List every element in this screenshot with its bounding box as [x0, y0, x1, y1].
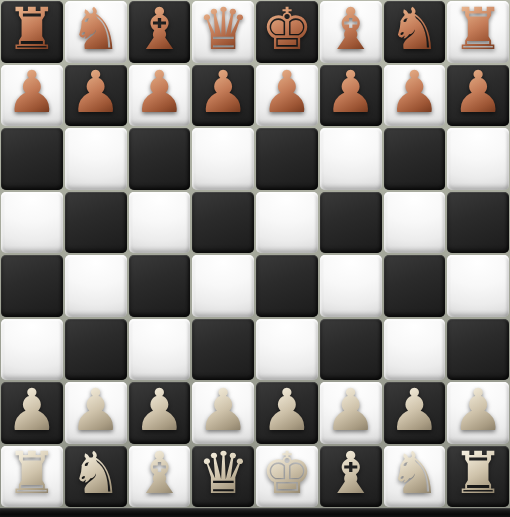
piece-black-bishop[interactable]: ♝: [129, 0, 191, 60]
square-g3[interactable]: [384, 319, 446, 381]
square-g7[interactable]: ♟: [384, 65, 446, 127]
square-h2[interactable]: ♟: [447, 382, 509, 444]
piece-white-knight[interactable]: ♞: [65, 443, 127, 505]
square-h8[interactable]: ♜: [447, 1, 509, 63]
square-f8[interactable]: ♝: [320, 1, 382, 63]
square-d6[interactable]: [192, 128, 254, 190]
square-e2[interactable]: ♟: [256, 382, 318, 444]
square-e8[interactable]: ♚: [256, 1, 318, 63]
square-f1[interactable]: ♝: [320, 446, 382, 508]
square-e5[interactable]: [256, 192, 318, 254]
square-c7[interactable]: ♟: [129, 65, 191, 127]
square-g8[interactable]: ♞: [384, 1, 446, 63]
square-e7[interactable]: ♟: [256, 65, 318, 127]
piece-black-rook[interactable]: ♜: [447, 0, 509, 60]
square-f7[interactable]: ♟: [320, 65, 382, 127]
piece-white-pawn[interactable]: ♟: [447, 379, 509, 441]
square-d1[interactable]: ♛: [192, 446, 254, 508]
piece-black-pawn[interactable]: ♟: [384, 62, 446, 124]
piece-white-pawn[interactable]: ♟: [65, 379, 127, 441]
square-e1[interactable]: ♚: [256, 446, 318, 508]
piece-black-bishop[interactable]: ♝: [320, 0, 382, 60]
piece-black-pawn[interactable]: ♟: [1, 62, 63, 124]
chess-board: ♜♞♝♛♚♝♞♜♟♟♟♟♟♟♟♟♟♟♟♟♟♟♟♟♜♞♝♛♚♝♞♜: [0, 0, 510, 508]
piece-white-queen[interactable]: ♛: [192, 443, 254, 505]
piece-black-pawn[interactable]: ♟: [129, 62, 191, 124]
piece-black-pawn[interactable]: ♟: [320, 62, 382, 124]
square-h5[interactable]: [447, 192, 509, 254]
piece-black-pawn[interactable]: ♟: [447, 62, 509, 124]
square-h6[interactable]: [447, 128, 509, 190]
piece-black-pawn[interactable]: ♟: [192, 62, 254, 124]
square-e3[interactable]: [256, 319, 318, 381]
square-a3[interactable]: [1, 319, 63, 381]
piece-black-knight[interactable]: ♞: [384, 0, 446, 60]
square-b5[interactable]: [65, 192, 127, 254]
square-b7[interactable]: ♟: [65, 65, 127, 127]
piece-black-knight[interactable]: ♞: [65, 0, 127, 60]
square-c6[interactable]: [129, 128, 191, 190]
square-c4[interactable]: [129, 255, 191, 317]
piece-white-pawn[interactable]: ♟: [256, 379, 318, 441]
piece-white-bishop[interactable]: ♝: [320, 443, 382, 505]
piece-black-pawn[interactable]: ♟: [65, 62, 127, 124]
square-e4[interactable]: [256, 255, 318, 317]
piece-white-king[interactable]: ♚: [256, 443, 318, 505]
square-h3[interactable]: [447, 319, 509, 381]
square-a1[interactable]: ♜: [1, 446, 63, 508]
square-f5[interactable]: [320, 192, 382, 254]
square-f2[interactable]: ♟: [320, 382, 382, 444]
chess-app-window: ♜♞♝♛♚♝♞♜♟♟♟♟♟♟♟♟♟♟♟♟♟♟♟♟♜♞♝♛♚♝♞♜: [0, 0, 510, 517]
square-h7[interactable]: ♟: [447, 65, 509, 127]
square-e6[interactable]: [256, 128, 318, 190]
square-c1[interactable]: ♝: [129, 446, 191, 508]
square-b2[interactable]: ♟: [65, 382, 127, 444]
square-g5[interactable]: [384, 192, 446, 254]
square-a5[interactable]: [1, 192, 63, 254]
square-b8[interactable]: ♞: [65, 1, 127, 63]
square-h1[interactable]: ♜: [447, 446, 509, 508]
piece-white-pawn[interactable]: ♟: [1, 379, 63, 441]
piece-black-pawn[interactable]: ♟: [256, 62, 318, 124]
square-g1[interactable]: ♞: [384, 446, 446, 508]
piece-white-pawn[interactable]: ♟: [192, 379, 254, 441]
square-c2[interactable]: ♟: [129, 382, 191, 444]
square-b3[interactable]: [65, 319, 127, 381]
piece-black-king[interactable]: ♚: [256, 0, 318, 60]
square-f4[interactable]: [320, 255, 382, 317]
square-f3[interactable]: [320, 319, 382, 381]
square-a8[interactable]: ♜: [1, 1, 63, 63]
square-d2[interactable]: ♟: [192, 382, 254, 444]
square-d3[interactable]: [192, 319, 254, 381]
square-f6[interactable]: [320, 128, 382, 190]
square-d5[interactable]: [192, 192, 254, 254]
square-c5[interactable]: [129, 192, 191, 254]
square-a4[interactable]: [1, 255, 63, 317]
piece-white-knight[interactable]: ♞: [384, 443, 446, 505]
piece-white-rook[interactable]: ♜: [1, 443, 63, 505]
piece-white-pawn[interactable]: ♟: [129, 379, 191, 441]
square-b6[interactable]: [65, 128, 127, 190]
piece-white-pawn[interactable]: ♟: [320, 379, 382, 441]
square-d4[interactable]: [192, 255, 254, 317]
square-c3[interactable]: [129, 319, 191, 381]
piece-black-rook[interactable]: ♜: [1, 0, 63, 60]
square-d7[interactable]: ♟: [192, 65, 254, 127]
square-c8[interactable]: ♝: [129, 1, 191, 63]
square-d8[interactable]: ♛: [192, 1, 254, 63]
square-b4[interactable]: [65, 255, 127, 317]
square-b1[interactable]: ♞: [65, 446, 127, 508]
piece-white-rook[interactable]: ♜: [447, 443, 509, 505]
square-a6[interactable]: [1, 128, 63, 190]
square-a7[interactable]: ♟: [1, 65, 63, 127]
square-g6[interactable]: [384, 128, 446, 190]
square-h4[interactable]: [447, 255, 509, 317]
piece-black-queen[interactable]: ♛: [192, 0, 254, 60]
square-g2[interactable]: ♟: [384, 382, 446, 444]
piece-white-bishop[interactable]: ♝: [129, 443, 191, 505]
board-front-edge: [0, 508, 510, 517]
square-a2[interactable]: ♟: [1, 382, 63, 444]
square-g4[interactable]: [384, 255, 446, 317]
piece-white-pawn[interactable]: ♟: [384, 379, 446, 441]
